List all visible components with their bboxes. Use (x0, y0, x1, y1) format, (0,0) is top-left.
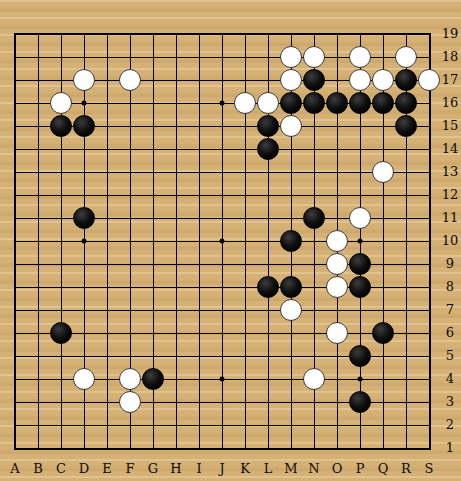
col-label-L: L (257, 461, 280, 477)
col-label-S: S (418, 461, 441, 477)
white-stone-M15 (280, 115, 302, 137)
white-stone-L16 (257, 92, 279, 114)
black-stone-Q6 (372, 322, 394, 344)
col-label-P: P (349, 461, 372, 477)
black-stone-P5 (349, 345, 371, 367)
col-label-H: H (165, 461, 188, 477)
white-stone-N18 (303, 46, 325, 68)
white-stone-P18 (349, 46, 371, 68)
black-stone-O16 (326, 92, 348, 114)
row-label-15: 15 (437, 118, 461, 134)
row-label-9: 9 (437, 256, 461, 272)
white-stone-Q17 (372, 69, 394, 91)
black-stone-D11 (73, 207, 95, 229)
row-label-5: 5 (437, 348, 461, 364)
white-stone-C16 (50, 92, 72, 114)
col-label-J: J (211, 461, 234, 477)
black-stone-P8 (349, 276, 371, 298)
col-label-G: G (142, 461, 165, 477)
white-stone-O9 (326, 253, 348, 275)
row-label-6: 6 (437, 325, 461, 341)
black-stone-N11 (303, 207, 325, 229)
white-stone-R18 (395, 46, 417, 68)
col-label-C: C (50, 461, 73, 477)
white-stone-M7 (280, 299, 302, 321)
black-stone-L15 (257, 115, 279, 137)
col-label-E: E (96, 461, 119, 477)
col-label-Q: Q (372, 461, 395, 477)
white-stone-P11 (349, 207, 371, 229)
black-stone-M16 (280, 92, 302, 114)
black-stone-N17 (303, 69, 325, 91)
black-stone-G4 (142, 368, 164, 390)
white-stone-P17 (349, 69, 371, 91)
row-label-17: 17 (437, 72, 461, 88)
black-stone-L14 (257, 138, 279, 160)
white-stone-M18 (280, 46, 302, 68)
white-stone-O6 (326, 322, 348, 344)
row-label-1: 1 (437, 440, 461, 456)
white-stone-N4 (303, 368, 325, 390)
black-stone-P3 (349, 391, 371, 413)
row-label-14: 14 (437, 141, 461, 157)
black-stone-M10 (280, 230, 302, 252)
col-label-A: A (4, 461, 27, 477)
black-stone-P9 (349, 253, 371, 275)
black-stone-R15 (395, 115, 417, 137)
go-board-screenshot: ABCDEFGHIJKLMNOPQRS 19181716151413121110… (0, 0, 461, 481)
white-stone-O10 (326, 230, 348, 252)
row-label-19: 19 (437, 26, 461, 42)
white-stone-F4 (119, 368, 141, 390)
white-stone-F3 (119, 391, 141, 413)
row-label-10: 10 (437, 233, 461, 249)
black-stone-L8 (257, 276, 279, 298)
row-label-8: 8 (437, 279, 461, 295)
col-label-N: N (303, 461, 326, 477)
row-label-13: 13 (437, 164, 461, 180)
col-label-B: B (27, 461, 50, 477)
black-stone-R16 (395, 92, 417, 114)
white-stone-M17 (280, 69, 302, 91)
col-label-I: I (188, 461, 211, 477)
col-label-O: O (326, 461, 349, 477)
row-label-18: 18 (437, 49, 461, 65)
col-label-R: R (395, 461, 418, 477)
black-stone-C6 (50, 322, 72, 344)
white-stone-F17 (119, 69, 141, 91)
white-stone-Q13 (372, 161, 394, 183)
white-stone-K16 (234, 92, 256, 114)
col-label-D: D (73, 461, 96, 477)
black-stone-C15 (50, 115, 72, 137)
row-label-3: 3 (437, 394, 461, 410)
go-board[interactable] (4, 23, 441, 460)
black-stone-Q16 (372, 92, 394, 114)
white-stone-O8 (326, 276, 348, 298)
black-stone-P16 (349, 92, 371, 114)
row-label-11: 11 (437, 210, 461, 226)
row-label-7: 7 (437, 302, 461, 318)
black-stone-M8 (280, 276, 302, 298)
col-label-M: M (280, 461, 303, 477)
black-stone-R17 (395, 69, 417, 91)
col-label-F: F (119, 461, 142, 477)
row-label-4: 4 (437, 371, 461, 387)
black-stone-N16 (303, 92, 325, 114)
row-label-16: 16 (437, 95, 461, 111)
row-label-12: 12 (437, 187, 461, 203)
row-label-2: 2 (437, 417, 461, 433)
white-stone-D17 (73, 69, 95, 91)
col-label-K: K (234, 461, 257, 477)
black-stone-D15 (73, 115, 95, 137)
white-stone-D4 (73, 368, 95, 390)
